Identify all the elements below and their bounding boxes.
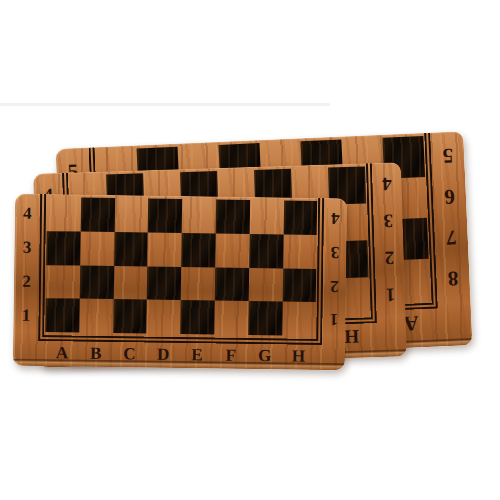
square	[147, 300, 181, 334]
rank-label: 3	[373, 202, 403, 240]
rank-label: 1	[322, 302, 345, 336]
rank-label: 2	[14, 264, 39, 298]
square	[147, 266, 181, 300]
square	[249, 268, 283, 302]
rank-label: 8	[436, 257, 471, 299]
rank-labels-right: 5678	[430, 134, 470, 299]
file-label: E	[180, 344, 214, 365]
rank-label: 1	[13, 298, 38, 332]
rank-label: 3	[323, 235, 346, 269]
rank-labels-left: 4321	[13, 197, 40, 333]
checkerboard-grid	[45, 197, 317, 336]
square	[215, 267, 249, 301]
product-photo-canvas: 5678 5678 HGFEDCBA 4321 4321 ABCDEFGH 43…	[0, 0, 500, 500]
square	[180, 300, 214, 334]
square	[80, 198, 114, 232]
square	[248, 301, 282, 335]
backdrop-seam	[0, 103, 330, 106]
rank-labels-right: 4321	[372, 165, 406, 314]
rank-label: 4	[324, 201, 347, 235]
rank-label: 1	[375, 276, 405, 314]
square	[214, 301, 248, 335]
square	[215, 233, 249, 267]
square	[148, 232, 182, 266]
square	[46, 265, 80, 299]
square	[182, 199, 216, 233]
file-label: G	[248, 345, 282, 366]
square	[80, 231, 114, 265]
square	[114, 198, 148, 232]
square	[282, 302, 316, 336]
rank-labels-right: 4321	[322, 201, 347, 336]
chess-board-front: 4321 4321 ABCDEFGH	[13, 194, 347, 371]
rank-label: 5	[430, 134, 465, 176]
square	[114, 232, 148, 266]
file-label: H	[281, 346, 315, 367]
square	[113, 266, 147, 300]
square	[283, 200, 317, 234]
square	[148, 199, 182, 233]
square	[181, 233, 215, 267]
square	[282, 268, 316, 302]
square	[113, 299, 147, 333]
file-labels: ABCDEFGH	[45, 342, 316, 367]
file-label: C	[112, 343, 146, 364]
square	[46, 231, 80, 265]
rank-label: 3	[14, 230, 39, 264]
file-label: D	[146, 344, 180, 365]
rank-label: 6	[432, 175, 467, 217]
rank-label: 2	[323, 269, 346, 303]
square	[79, 299, 113, 333]
square	[181, 267, 215, 301]
square	[80, 265, 114, 299]
rank-label: 2	[374, 239, 404, 277]
square	[45, 299, 79, 333]
square	[249, 234, 283, 268]
square	[47, 197, 81, 231]
square	[216, 199, 250, 233]
rank-label: 4	[372, 165, 402, 203]
rank-label: 4	[15, 197, 40, 231]
file-label: B	[79, 343, 113, 364]
file-label: A	[45, 342, 79, 363]
file-label: F	[214, 345, 248, 366]
rank-label: 7	[434, 216, 469, 258]
square	[283, 234, 317, 268]
square	[249, 200, 283, 234]
